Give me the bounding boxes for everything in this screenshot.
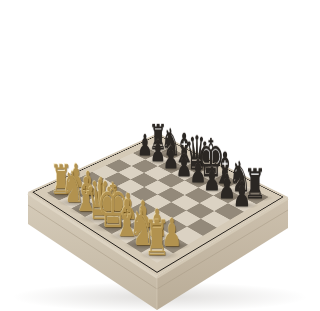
chess-set-product-photo: ♜♟♞♟♝♟♛♟♚♟♝♟♟♞♜♟♟♜♞♟♟♝♟♛♟♚♟♝♟♞♟♜ xyxy=(0,0,320,311)
